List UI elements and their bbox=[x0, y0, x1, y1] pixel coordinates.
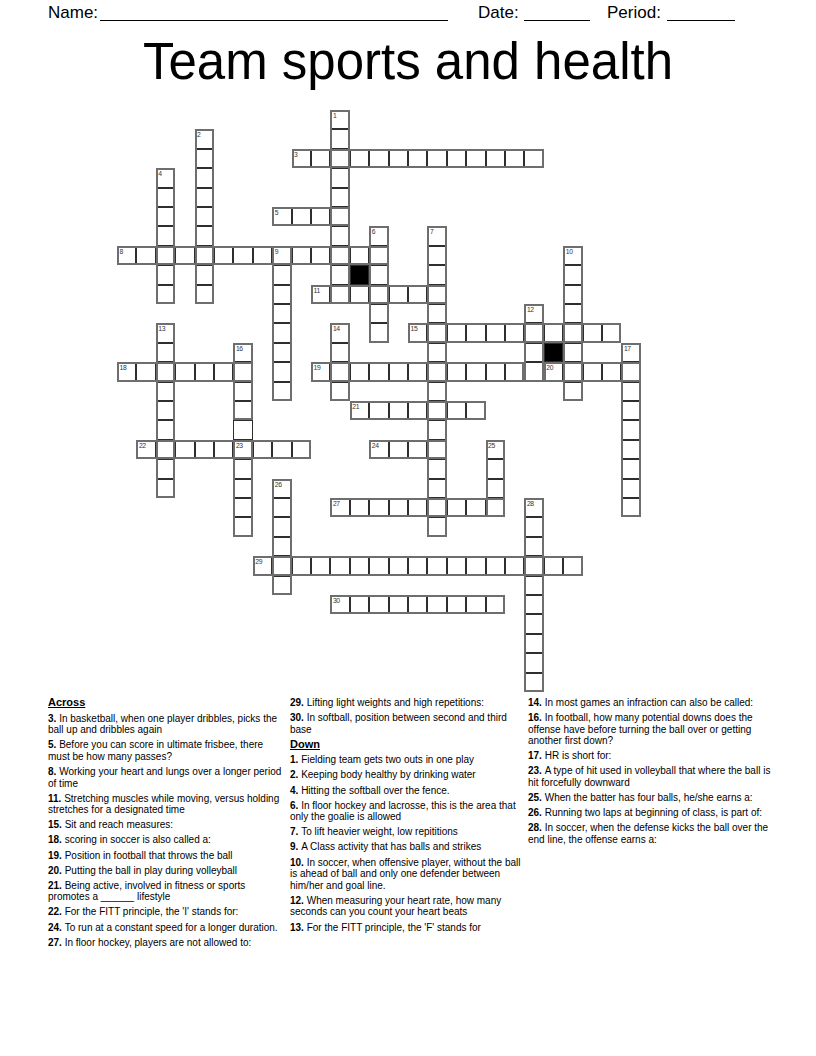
grid-cell[interactable] bbox=[253, 246, 272, 265]
grid-cell[interactable] bbox=[330, 556, 349, 575]
grid-cell[interactable] bbox=[272, 576, 291, 595]
grid-cell-number: 8 bbox=[120, 248, 123, 255]
grid-cell[interactable] bbox=[272, 343, 291, 362]
grid-cell[interactable] bbox=[233, 246, 252, 265]
grid-cell[interactable] bbox=[350, 149, 369, 168]
clue-text: In soccer, when the defense kicks the ba… bbox=[528, 822, 768, 845]
grid-cell[interactable] bbox=[621, 382, 640, 401]
grid-cell[interactable] bbox=[563, 382, 582, 401]
grid-cell[interactable]: 9 bbox=[272, 246, 291, 265]
grid-cell[interactable]: 19 bbox=[311, 362, 330, 381]
grid-cell[interactable]: 18 bbox=[117, 362, 136, 381]
clue-text: Lifting light weights and high repetitio… bbox=[307, 697, 484, 708]
clue-text: Putting the ball in play during volleyba… bbox=[65, 865, 237, 876]
grid-cell[interactable] bbox=[350, 362, 369, 381]
grid-cell[interactable] bbox=[195, 285, 214, 304]
grid-cell[interactable]: 25 bbox=[486, 440, 505, 459]
grid-cell[interactable] bbox=[524, 556, 543, 575]
grid-cell[interactable] bbox=[427, 420, 446, 439]
grid-cell[interactable] bbox=[272, 382, 291, 401]
grid-cell[interactable] bbox=[350, 285, 369, 304]
grid-cell[interactable] bbox=[524, 673, 543, 692]
grid-cell[interactable]: 28 bbox=[524, 498, 543, 517]
grid-cell[interactable] bbox=[466, 556, 485, 575]
clue-number: 7. bbox=[290, 826, 301, 837]
clue-item: 15. Sit and reach measures: bbox=[48, 819, 285, 831]
grid-cell[interactable] bbox=[408, 285, 427, 304]
grid-cell[interactable]: 7 bbox=[427, 226, 446, 245]
clue-item: 12. When measuring your heart rate, how … bbox=[290, 895, 524, 918]
grid-cell[interactable] bbox=[330, 129, 349, 148]
clue-item: 22. For the FITT principle, the 'I' stan… bbox=[48, 906, 285, 918]
grid-cell[interactable] bbox=[156, 440, 175, 459]
grid-cell[interactable] bbox=[486, 362, 505, 381]
grid-cell[interactable] bbox=[272, 440, 291, 459]
grid-cell[interactable] bbox=[156, 401, 175, 420]
grid-cell[interactable] bbox=[330, 265, 349, 284]
grid-cell[interactable] bbox=[427, 459, 446, 478]
grid-cell[interactable] bbox=[563, 323, 582, 342]
grid-cell[interactable] bbox=[524, 595, 543, 614]
grid-cell[interactable]: 8 bbox=[117, 246, 136, 265]
grid-cell-number: 13 bbox=[158, 325, 165, 332]
grid-cell[interactable] bbox=[272, 537, 291, 556]
grid-cell[interactable]: 15 bbox=[408, 323, 427, 342]
clue-number: 13. bbox=[290, 922, 307, 933]
grid-cell[interactable] bbox=[156, 188, 175, 207]
grid-cell[interactable] bbox=[311, 149, 330, 168]
clue-text: scoring in soccer is also called a: bbox=[65, 834, 211, 845]
grid-cell[interactable] bbox=[621, 440, 640, 459]
name-label: Name: bbox=[48, 3, 98, 23]
grid-cell[interactable] bbox=[408, 362, 427, 381]
clue-number: 29. bbox=[290, 697, 307, 708]
grid-cell[interactable] bbox=[408, 149, 427, 168]
grid-cell[interactable] bbox=[214, 440, 233, 459]
grid-cell[interactable]: 4 bbox=[156, 168, 175, 187]
grid-cell[interactable] bbox=[447, 556, 466, 575]
grid-cell[interactable] bbox=[466, 362, 485, 381]
grid-cell[interactable] bbox=[330, 188, 349, 207]
grid-cell[interactable] bbox=[233, 401, 252, 420]
grid-cell[interactable]: 12 bbox=[524, 304, 543, 323]
grid-cell[interactable] bbox=[156, 362, 175, 381]
clue-item: 14. In most games an infraction can also… bbox=[528, 697, 776, 709]
clue-number: 30. bbox=[290, 712, 307, 723]
grid-cell[interactable] bbox=[330, 207, 349, 226]
clue-number: 26. bbox=[528, 807, 545, 818]
grid-cell[interactable] bbox=[233, 517, 252, 536]
grid-cell-number: 5 bbox=[275, 209, 278, 216]
grid-cell[interactable] bbox=[350, 246, 369, 265]
clue-text: In softball, position between second and… bbox=[290, 712, 507, 735]
grid-cell[interactable] bbox=[427, 382, 446, 401]
grid-cell[interactable] bbox=[156, 285, 175, 304]
grid-cell[interactable] bbox=[524, 517, 543, 536]
grid-cell[interactable] bbox=[524, 362, 543, 381]
clue-item: 4. Hitting the softball over the fence. bbox=[290, 785, 524, 797]
grid-cell[interactable] bbox=[544, 323, 563, 342]
grid-cell[interactable] bbox=[466, 498, 485, 517]
grid-cell[interactable] bbox=[369, 556, 388, 575]
grid-cell[interactable] bbox=[272, 323, 291, 342]
grid-cell[interactable] bbox=[272, 498, 291, 517]
grid-cell[interactable] bbox=[195, 168, 214, 187]
grid-cell-number: 22 bbox=[139, 442, 146, 449]
grid-cell[interactable]: 2 bbox=[195, 129, 214, 148]
clue-number: 19. bbox=[48, 850, 65, 861]
grid-cell[interactable] bbox=[350, 595, 369, 614]
grid-cell[interactable] bbox=[447, 323, 466, 342]
page-title: Team sports and health bbox=[0, 32, 816, 91]
grid-cell[interactable] bbox=[330, 168, 349, 187]
grid-cell[interactable] bbox=[156, 420, 175, 439]
grid-cell[interactable] bbox=[408, 556, 427, 575]
grid-cell[interactable] bbox=[272, 517, 291, 536]
grid-cell[interactable] bbox=[389, 285, 408, 304]
clue-number: 15. bbox=[48, 819, 65, 830]
clue-item: 8. Working your heart and lungs over a l… bbox=[48, 766, 285, 789]
grid-cell[interactable] bbox=[369, 323, 388, 342]
grid-cell[interactable] bbox=[350, 556, 369, 575]
grid-cell[interactable] bbox=[621, 420, 640, 439]
grid-cell[interactable]: 24 bbox=[369, 440, 388, 459]
grid-cell[interactable] bbox=[214, 362, 233, 381]
grid-cell[interactable] bbox=[486, 323, 505, 342]
grid-cell-number: 24 bbox=[372, 442, 379, 449]
grid-cell[interactable] bbox=[505, 323, 524, 342]
grid-cell[interactable] bbox=[524, 343, 543, 362]
grid-cell[interactable]: 1 bbox=[330, 110, 349, 129]
grid-cell[interactable] bbox=[621, 401, 640, 420]
grid-cell[interactable] bbox=[136, 246, 155, 265]
grid-cell[interactable] bbox=[330, 285, 349, 304]
grid-cell[interactable]: 10 bbox=[563, 246, 582, 265]
grid-cell[interactable] bbox=[486, 556, 505, 575]
clue-item: 25. When the batter has four balls, he/s… bbox=[528, 792, 776, 804]
grid-cell[interactable] bbox=[583, 362, 602, 381]
grid-cell[interactable] bbox=[369, 246, 388, 265]
clue-item: 16. In football, how many potential down… bbox=[528, 712, 776, 747]
grid-cell[interactable] bbox=[621, 479, 640, 498]
grid-cell[interactable]: 6 bbox=[369, 226, 388, 245]
clue-text: Hitting the softball over the fence. bbox=[301, 785, 449, 796]
clue-text: When measuring your heart rate, how many… bbox=[290, 895, 501, 918]
grid-cell[interactable] bbox=[389, 362, 408, 381]
grid-cell[interactable] bbox=[330, 362, 349, 381]
grid-cell[interactable] bbox=[369, 595, 388, 614]
grid-cell[interactable] bbox=[427, 440, 446, 459]
grid-cell[interactable] bbox=[427, 343, 446, 362]
grid-cell[interactable] bbox=[330, 343, 349, 362]
date-input-line[interactable] bbox=[524, 20, 590, 21]
grid-cell[interactable] bbox=[156, 459, 175, 478]
grid-cell[interactable] bbox=[233, 382, 252, 401]
grid-cell[interactable] bbox=[408, 595, 427, 614]
grid-cell[interactable] bbox=[466, 401, 485, 420]
across-heading: Across bbox=[48, 697, 285, 709]
grid-cell[interactable]: 30 bbox=[330, 595, 349, 614]
clue-item: 26. Running two laps at beginning of cla… bbox=[528, 807, 776, 819]
clue-item: 9. A Class activity that has balls and s… bbox=[290, 841, 524, 853]
clue-item: 19. Position in football that throws the… bbox=[48, 850, 285, 862]
grid-cell[interactable] bbox=[156, 343, 175, 362]
grid-cell[interactable] bbox=[524, 634, 543, 653]
down-heading: Down bbox=[290, 739, 524, 751]
grid-cell[interactable] bbox=[195, 440, 214, 459]
grid-cell[interactable] bbox=[583, 323, 602, 342]
grid-cell[interactable] bbox=[233, 459, 252, 478]
clue-item: 21. Being active, involved in fitness or… bbox=[48, 880, 285, 903]
clue-text: To lift heavier weight, low repititions bbox=[301, 826, 458, 837]
grid-cell[interactable] bbox=[156, 246, 175, 265]
clue-number: 14. bbox=[528, 697, 545, 708]
clue-item: 2. Keeping body healthy by drinking wate… bbox=[290, 769, 524, 781]
grid-cell[interactable] bbox=[427, 285, 446, 304]
clue-number: 8. bbox=[48, 766, 59, 777]
grid-cell[interactable] bbox=[330, 226, 349, 245]
grid-cell[interactable] bbox=[272, 556, 291, 575]
clue-number: 23. bbox=[528, 765, 545, 776]
name-input-line[interactable] bbox=[100, 20, 448, 21]
clue-text: Position in football that throws the bal… bbox=[65, 850, 233, 861]
grid-cell[interactable]: 13 bbox=[156, 323, 175, 342]
grid-cell[interactable] bbox=[195, 188, 214, 207]
grid-cell[interactable] bbox=[330, 382, 349, 401]
grid-cell-number: 19 bbox=[314, 364, 321, 371]
grid-cell-number: 2 bbox=[197, 131, 200, 138]
grid-cell[interactable]: 22 bbox=[136, 440, 155, 459]
grid-cell[interactable] bbox=[292, 440, 311, 459]
grid-cell[interactable] bbox=[292, 556, 311, 575]
grid-cell-number: 20 bbox=[546, 364, 553, 371]
grid-cell[interactable] bbox=[136, 362, 155, 381]
grid-cell[interactable] bbox=[505, 556, 524, 575]
grid-cell[interactable] bbox=[292, 246, 311, 265]
grid-cell[interactable]: 17 bbox=[621, 343, 640, 362]
grid-cell[interactable] bbox=[563, 285, 582, 304]
grid-cell[interactable] bbox=[524, 653, 543, 672]
grid-cell[interactable] bbox=[195, 362, 214, 381]
grid-cell[interactable] bbox=[272, 362, 291, 381]
clue-text: In most games an infraction can also be … bbox=[545, 697, 753, 708]
grid-cell[interactable] bbox=[195, 265, 214, 284]
grid-cell[interactable]: 3 bbox=[292, 149, 311, 168]
grid-cell[interactable] bbox=[369, 265, 388, 284]
grid-cell[interactable]: 23 bbox=[233, 440, 252, 459]
grid-cell[interactable] bbox=[447, 362, 466, 381]
clue-number: 16. bbox=[528, 712, 545, 723]
grid-cell[interactable] bbox=[292, 207, 311, 226]
grid-cell[interactable] bbox=[505, 149, 524, 168]
grid-cell[interactable] bbox=[311, 207, 330, 226]
grid-cell[interactable] bbox=[447, 401, 466, 420]
grid-cell[interactable] bbox=[524, 149, 543, 168]
clue-number: 22. bbox=[48, 906, 65, 917]
grid-cell[interactable] bbox=[253, 440, 272, 459]
grid-cell-number: 1 bbox=[333, 112, 336, 119]
grid-cell[interactable] bbox=[563, 343, 582, 362]
clue-item: 6. In floor hockey and lacrosse, this is… bbox=[290, 800, 524, 823]
grid-cell[interactable] bbox=[466, 323, 485, 342]
grid-cell[interactable] bbox=[486, 595, 505, 614]
grid-cell[interactable] bbox=[466, 149, 485, 168]
grid-cell[interactable] bbox=[195, 226, 214, 245]
grid-cell[interactable] bbox=[156, 226, 175, 245]
grid-cell[interactable] bbox=[195, 246, 214, 265]
grid-cell[interactable] bbox=[524, 537, 543, 556]
grid-cell[interactable] bbox=[563, 362, 582, 381]
grid-cell[interactable] bbox=[195, 149, 214, 168]
clue-number: 18. bbox=[48, 834, 65, 845]
clue-text: Fielding team gets two outs in one play bbox=[301, 754, 474, 765]
clue-text: In basketball, when one player dribbles,… bbox=[48, 713, 277, 736]
grid-cell[interactable] bbox=[175, 246, 194, 265]
clue-text: A Class activity that has balls and stri… bbox=[301, 841, 481, 852]
grid-cell[interactable] bbox=[369, 362, 388, 381]
grid-cell[interactable] bbox=[195, 207, 214, 226]
grid-cell[interactable] bbox=[233, 420, 252, 439]
grid-cell[interactable] bbox=[427, 362, 446, 381]
grid-cell[interactable] bbox=[408, 440, 427, 459]
grid-cell[interactable] bbox=[272, 285, 291, 304]
clue-number: 27. bbox=[48, 937, 65, 948]
grid-cell[interactable] bbox=[311, 556, 330, 575]
grid-cell-number: 28 bbox=[527, 500, 534, 507]
grid-cell[interactable] bbox=[563, 304, 582, 323]
clue-item: 20. Putting the ball in play during voll… bbox=[48, 865, 285, 877]
grid-cell[interactable] bbox=[505, 362, 524, 381]
clue-number: 17. bbox=[528, 750, 545, 761]
grid-cell[interactable] bbox=[447, 595, 466, 614]
grid-cell[interactable]: 16 bbox=[233, 343, 252, 362]
grid-cell[interactable]: 20 bbox=[544, 362, 563, 381]
worksheet-page: Name: Date: Period: Team sports and heal… bbox=[0, 0, 816, 1056]
grid-cell[interactable] bbox=[427, 149, 446, 168]
grid-cell[interactable] bbox=[389, 440, 408, 459]
period-input-line[interactable] bbox=[667, 20, 735, 21]
grid-cell[interactable] bbox=[427, 498, 446, 517]
grid-cell[interactable] bbox=[427, 595, 446, 614]
grid-cell[interactable] bbox=[389, 498, 408, 517]
grid-cell[interactable] bbox=[156, 479, 175, 498]
black-cell bbox=[544, 343, 563, 362]
grid-cell[interactable] bbox=[621, 498, 640, 517]
grid-cell[interactable] bbox=[563, 556, 582, 575]
grid-cell[interactable] bbox=[427, 304, 446, 323]
grid-cell[interactable] bbox=[214, 246, 233, 265]
clue-column-3: 14. In most games an infraction can also… bbox=[528, 697, 776, 849]
grid-cell-number: 17 bbox=[624, 345, 631, 352]
grid-cell[interactable] bbox=[389, 149, 408, 168]
grid-cell[interactable] bbox=[330, 149, 349, 168]
grid-cell[interactable] bbox=[447, 498, 466, 517]
grid-cell[interactable] bbox=[369, 498, 388, 517]
grid-cell[interactable]: 5 bbox=[272, 207, 291, 226]
clue-text: Sit and reach measures: bbox=[65, 819, 173, 830]
grid-cell[interactable] bbox=[272, 304, 291, 323]
grid-cell[interactable] bbox=[156, 382, 175, 401]
grid-cell-number: 14 bbox=[333, 325, 340, 332]
grid-cell[interactable]: 21 bbox=[350, 401, 369, 420]
grid-cell-number: 9 bbox=[275, 248, 278, 255]
grid-cell[interactable] bbox=[486, 459, 505, 478]
grid-cell[interactable] bbox=[427, 517, 446, 536]
grid-cell[interactable] bbox=[486, 479, 505, 498]
grid-cell[interactable]: 26 bbox=[272, 479, 291, 498]
grid-cell[interactable]: 11 bbox=[311, 285, 330, 304]
grid-cell[interactable] bbox=[272, 265, 291, 284]
grid-cell[interactable] bbox=[389, 556, 408, 575]
grid-cell[interactable] bbox=[156, 265, 175, 284]
grid-cell[interactable] bbox=[369, 149, 388, 168]
grid-cell[interactable]: 14 bbox=[330, 323, 349, 342]
grid-cell[interactable] bbox=[330, 246, 349, 265]
grid-cell[interactable] bbox=[602, 362, 621, 381]
grid-cell[interactable]: 29 bbox=[253, 556, 272, 575]
grid-cell[interactable] bbox=[427, 556, 446, 575]
grid-cell[interactable] bbox=[408, 401, 427, 420]
clue-item: 18. scoring in soccer is also called a: bbox=[48, 834, 285, 846]
clue-text: Running two laps at beginning of class, … bbox=[545, 807, 762, 818]
grid-cell[interactable] bbox=[156, 207, 175, 226]
clue-text: In floor hockey, players are not allowed… bbox=[65, 937, 252, 948]
grid-cell[interactable] bbox=[621, 362, 640, 381]
grid-cell[interactable] bbox=[544, 556, 563, 575]
grid-cell[interactable] bbox=[427, 323, 446, 342]
grid-cell[interactable] bbox=[466, 595, 485, 614]
clue-item: 5. Before you can score in ultimate fris… bbox=[48, 739, 285, 762]
grid-cell-number: 27 bbox=[333, 500, 340, 507]
clue-text: To run at a constant speed for a longer … bbox=[65, 922, 278, 933]
clue-text: When the batter has four balls, he/she e… bbox=[545, 792, 753, 803]
grid-cell[interactable] bbox=[389, 595, 408, 614]
grid-cell-number: 6 bbox=[372, 228, 375, 235]
grid-cell[interactable] bbox=[524, 323, 543, 342]
grid-cell[interactable] bbox=[369, 285, 388, 304]
grid-cell[interactable] bbox=[427, 246, 446, 265]
grid-cell[interactable] bbox=[427, 479, 446, 498]
clue-item: 27. In floor hockey, players are not all… bbox=[48, 937, 285, 949]
grid-cell-number: 12 bbox=[527, 306, 534, 313]
grid-cell[interactable] bbox=[621, 459, 640, 478]
grid-cell[interactable] bbox=[389, 401, 408, 420]
grid-cell[interactable] bbox=[369, 304, 388, 323]
grid-cell[interactable] bbox=[427, 265, 446, 284]
grid-cell[interactable] bbox=[311, 246, 330, 265]
grid-cell[interactable] bbox=[175, 362, 194, 381]
grid-cell[interactable] bbox=[524, 614, 543, 633]
grid-cell[interactable] bbox=[350, 498, 369, 517]
grid-cell[interactable] bbox=[175, 440, 194, 459]
grid-cell[interactable] bbox=[369, 401, 388, 420]
grid-cell[interactable] bbox=[486, 149, 505, 168]
grid-cell[interactable] bbox=[427, 401, 446, 420]
grid-cell[interactable] bbox=[233, 479, 252, 498]
grid-cell[interactable] bbox=[602, 323, 621, 342]
clue-text: Keeping body healthy by drinking water bbox=[301, 769, 476, 780]
clue-number: 11. bbox=[48, 793, 64, 804]
grid-cell[interactable] bbox=[408, 498, 427, 517]
grid-cell[interactable]: 27 bbox=[330, 498, 349, 517]
grid-cell[interactable] bbox=[524, 576, 543, 595]
grid-cell[interactable] bbox=[563, 265, 582, 284]
clue-item: 29. Lifting light weights and high repet… bbox=[290, 697, 524, 709]
grid-cell[interactable] bbox=[233, 498, 252, 517]
grid-cell[interactable] bbox=[486, 498, 505, 517]
grid-cell[interactable] bbox=[233, 362, 252, 381]
grid-cell[interactable] bbox=[447, 149, 466, 168]
